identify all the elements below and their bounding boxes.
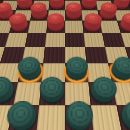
green-piece[interactable] — [89, 82, 117, 105]
square-f1 — [91, 105, 122, 130]
square-f4[interactable] — [85, 47, 108, 63]
square-d1 — [36, 105, 65, 130]
square-c5[interactable] — [25, 33, 46, 47]
square-c6 — [28, 21, 48, 33]
square-f5 — [84, 33, 105, 47]
game-scene — [0, 0, 130, 130]
square-e6 — [65, 21, 84, 33]
green-piece[interactable] — [65, 105, 94, 130]
red-piece[interactable] — [65, 10, 82, 21]
square-d5 — [45, 33, 65, 47]
red-piece-top — [46, 13, 64, 24]
red-piece[interactable] — [82, 21, 102, 33]
square-e5[interactable] — [65, 33, 85, 47]
square-d4[interactable] — [43, 47, 65, 63]
red-piece[interactable] — [49, 1, 65, 10]
square-g5[interactable] — [102, 33, 125, 47]
green-piece[interactable] — [39, 82, 65, 105]
red-piece[interactable] — [80, 1, 97, 10]
green-piece[interactable] — [8, 105, 39, 130]
red-piece[interactable] — [46, 21, 65, 33]
green-piece[interactable] — [18, 63, 43, 82]
green-piece[interactable] — [65, 63, 89, 82]
checkers-board[interactable] — [0, 1, 130, 130]
